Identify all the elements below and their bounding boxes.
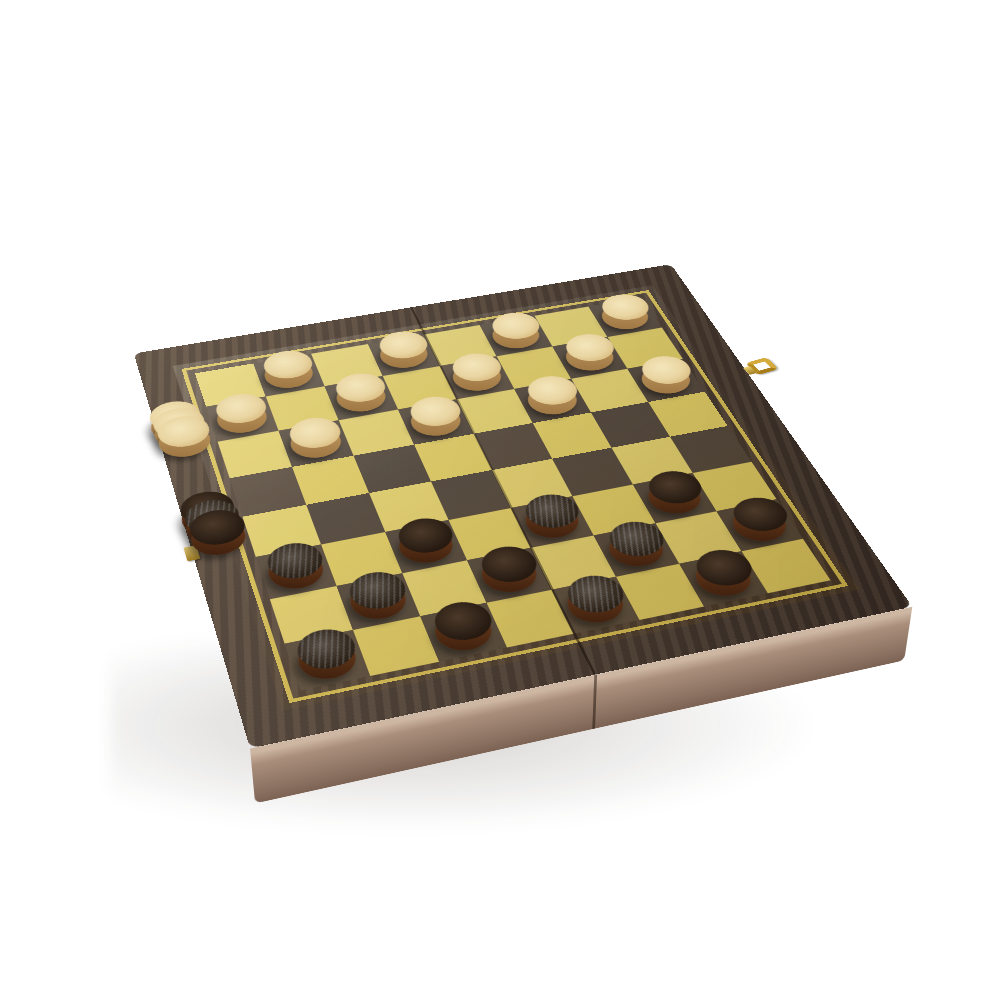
checker-light[interactable] xyxy=(286,425,346,463)
dark-spare-stack xyxy=(178,500,230,510)
checkers-board xyxy=(195,298,831,691)
checker-dark[interactable] xyxy=(393,525,459,568)
square-b5[interactable] xyxy=(306,493,385,544)
checker-light[interactable] xyxy=(560,341,620,375)
checker-light[interactable] xyxy=(635,363,697,398)
checker-light[interactable] xyxy=(332,380,391,416)
checker-dark[interactable] xyxy=(293,636,362,685)
checker-dark[interactable] xyxy=(641,478,708,518)
checker-light[interactable] xyxy=(447,360,507,395)
checker-dark[interactable] xyxy=(264,550,329,594)
checker-dark[interactable] xyxy=(429,608,499,655)
checker-light[interactable] xyxy=(487,320,546,353)
checker-dark[interactable] xyxy=(725,504,795,546)
brass-clasp xyxy=(740,355,787,379)
front-face-seam xyxy=(592,674,597,729)
light-spare-stack xyxy=(147,409,196,417)
checker-light[interactable] xyxy=(596,301,655,333)
checker-dark[interactable] xyxy=(519,501,586,543)
folding-board-box xyxy=(134,264,913,748)
checker-dark[interactable] xyxy=(688,556,759,601)
checker-light[interactable] xyxy=(375,338,433,372)
checker-light[interactable] xyxy=(260,358,317,392)
square-d8[interactable] xyxy=(487,590,574,648)
checker-light-spare[interactable] xyxy=(155,423,215,461)
checker-light[interactable] xyxy=(522,383,584,419)
scene xyxy=(140,118,844,822)
checker-dark[interactable] xyxy=(560,582,631,628)
checker-light[interactable] xyxy=(213,401,271,438)
checker-dark[interactable] xyxy=(345,578,412,624)
checker-dark[interactable] xyxy=(602,528,671,571)
checker-dark[interactable] xyxy=(475,553,543,597)
checker-light[interactable] xyxy=(405,403,466,440)
square-a4[interactable] xyxy=(230,467,306,517)
